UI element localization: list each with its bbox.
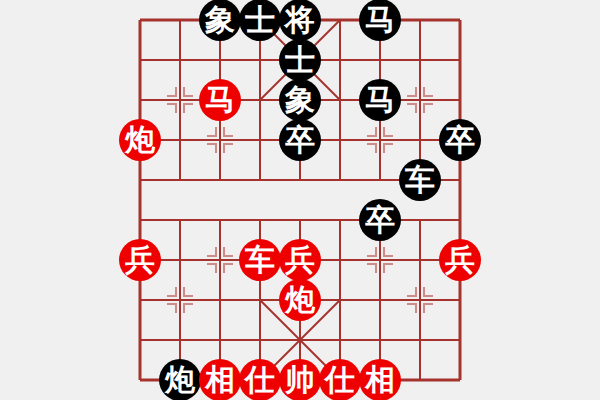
piece-red-soldier[interactable]: 兵 <box>279 239 321 281</box>
piece-black-advisor[interactable]: 士 <box>239 0 281 41</box>
piece-black-cannon[interactable]: 炮 <box>159 359 201 400</box>
piece-black-elephant[interactable]: 象 <box>199 0 241 41</box>
piece-red-advisor[interactable]: 仕 <box>239 359 281 400</box>
piece-red-cannon[interactable]: 炮 <box>279 279 321 321</box>
piece-black-horse[interactable]: 马 <box>359 79 401 121</box>
xiangqi-board[interactable]: 象士将马士马象马炮卒卒车卒兵车兵兵炮炮相仕帅仕相 <box>120 0 480 400</box>
piece-red-elephant[interactable]: 相 <box>359 359 401 400</box>
piece-black-elephant[interactable]: 象 <box>279 79 321 121</box>
piece-red-soldier[interactable]: 兵 <box>439 239 481 281</box>
piece-red-general[interactable]: 帅 <box>279 359 321 400</box>
piece-red-chariot[interactable]: 车 <box>239 239 281 281</box>
piece-red-cannon[interactable]: 炮 <box>119 119 161 161</box>
piece-black-chariot[interactable]: 车 <box>399 159 441 201</box>
piece-black-soldier[interactable]: 卒 <box>439 119 481 161</box>
piece-red-elephant[interactable]: 相 <box>199 359 241 400</box>
piece-black-general[interactable]: 将 <box>279 0 321 41</box>
piece-black-soldier[interactable]: 卒 <box>279 119 321 161</box>
xiangqi-app: 象士将马士马象马炮卒卒车卒兵车兵兵炮炮相仕帅仕相 <box>0 0 600 400</box>
piece-red-soldier[interactable]: 兵 <box>119 239 161 281</box>
piece-black-horse[interactable]: 马 <box>359 0 401 41</box>
piece-red-horse[interactable]: 马 <box>199 79 241 121</box>
piece-black-advisor[interactable]: 士 <box>279 39 321 81</box>
piece-red-advisor[interactable]: 仕 <box>319 359 361 400</box>
piece-black-soldier[interactable]: 卒 <box>359 199 401 241</box>
